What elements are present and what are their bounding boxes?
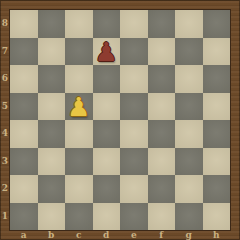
square-d7[interactable]: ♟ <box>93 38 121 66</box>
square-a1[interactable] <box>10 203 38 231</box>
square-h6[interactable] <box>203 65 231 93</box>
square-a6[interactable] <box>10 65 38 93</box>
square-b5[interactable] <box>38 93 66 121</box>
square-g7[interactable] <box>175 38 203 66</box>
square-b2[interactable] <box>38 175 66 203</box>
square-e5[interactable] <box>120 93 148 121</box>
square-b4[interactable] <box>38 120 66 148</box>
square-c2[interactable] <box>65 175 93 203</box>
square-h7[interactable] <box>203 38 231 66</box>
square-a4[interactable] <box>10 120 38 148</box>
square-f3[interactable] <box>148 148 176 176</box>
square-c5[interactable]: ♟ <box>65 93 93 121</box>
square-a2[interactable] <box>10 175 38 203</box>
square-d6[interactable] <box>93 65 121 93</box>
square-b7[interactable] <box>38 38 66 66</box>
square-g3[interactable] <box>175 148 203 176</box>
chess-board: ♟♟ <box>10 10 230 230</box>
square-c1[interactable] <box>65 203 93 231</box>
square-e3[interactable] <box>120 148 148 176</box>
square-e4[interactable] <box>120 120 148 148</box>
square-f1[interactable] <box>148 203 176 231</box>
square-g4[interactable] <box>175 120 203 148</box>
square-a7[interactable] <box>10 38 38 66</box>
square-h1[interactable] <box>203 203 231 231</box>
square-e2[interactable] <box>120 175 148 203</box>
square-f2[interactable] <box>148 175 176 203</box>
square-d3[interactable] <box>93 148 121 176</box>
square-f7[interactable] <box>148 38 176 66</box>
square-c7[interactable] <box>65 38 93 66</box>
square-a8[interactable] <box>10 10 38 38</box>
square-b3[interactable] <box>38 148 66 176</box>
square-c6[interactable] <box>65 65 93 93</box>
square-h3[interactable] <box>203 148 231 176</box>
square-h8[interactable] <box>203 10 231 38</box>
square-a3[interactable] <box>10 148 38 176</box>
square-d5[interactable] <box>93 93 121 121</box>
square-g5[interactable] <box>175 93 203 121</box>
square-e8[interactable] <box>120 10 148 38</box>
piece-white-pawn-c5[interactable]: ♟ <box>67 94 90 120</box>
square-b6[interactable] <box>38 65 66 93</box>
square-e6[interactable] <box>120 65 148 93</box>
square-b8[interactable] <box>38 10 66 38</box>
square-g1[interactable] <box>175 203 203 231</box>
square-d2[interactable] <box>93 175 121 203</box>
square-d1[interactable] <box>93 203 121 231</box>
square-h2[interactable] <box>203 175 231 203</box>
square-c3[interactable] <box>65 148 93 176</box>
square-c8[interactable] <box>65 10 93 38</box>
square-h4[interactable] <box>203 120 231 148</box>
square-e7[interactable] <box>120 38 148 66</box>
chess-app: ♟♟ 87654321abcdefgh <box>0 0 240 240</box>
board-wood-frame: ♟♟ <box>0 0 240 240</box>
square-a5[interactable] <box>10 93 38 121</box>
square-f8[interactable] <box>148 10 176 38</box>
square-b1[interactable] <box>38 203 66 231</box>
piece-black-pawn-d7[interactable]: ♟ <box>95 39 118 65</box>
square-g8[interactable] <box>175 10 203 38</box>
square-f6[interactable] <box>148 65 176 93</box>
square-c4[interactable] <box>65 120 93 148</box>
square-e1[interactable] <box>120 203 148 231</box>
square-h5[interactable] <box>203 93 231 121</box>
square-f4[interactable] <box>148 120 176 148</box>
square-d8[interactable] <box>93 10 121 38</box>
square-d4[interactable] <box>93 120 121 148</box>
square-f5[interactable] <box>148 93 176 121</box>
square-g2[interactable] <box>175 175 203 203</box>
square-g6[interactable] <box>175 65 203 93</box>
